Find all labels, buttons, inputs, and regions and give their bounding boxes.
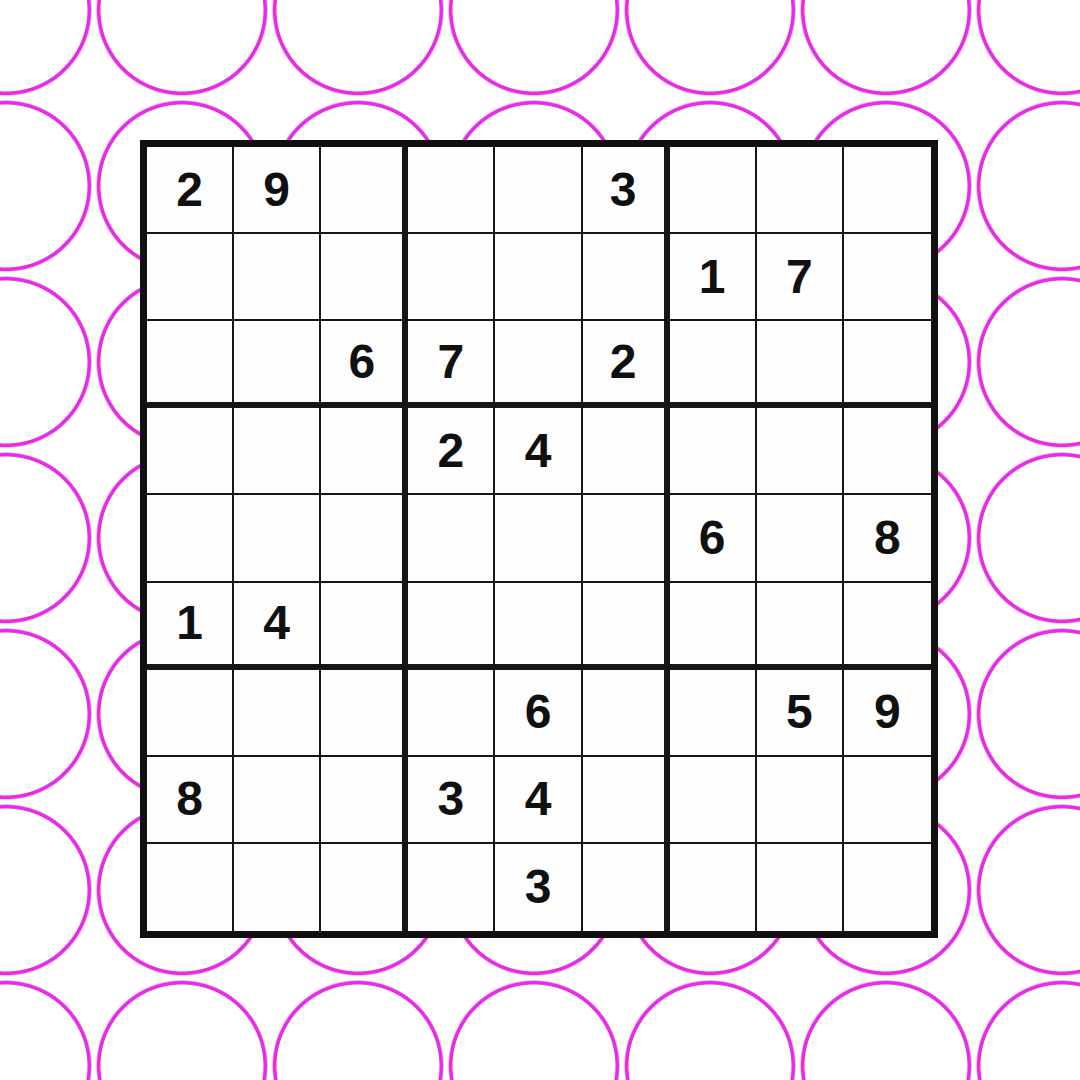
given-digit: 9 [874,688,901,736]
cell-r7c8[interactable]: 5 [757,670,844,757]
cell-r8c9[interactable] [844,757,931,844]
cell-r7c1[interactable] [147,670,234,757]
cell-r2c4[interactable] [408,234,495,321]
cell-r6c7[interactable] [670,583,757,670]
given-digit: 3 [438,775,465,823]
cell-r6c6[interactable] [583,583,670,670]
cell-r6c9[interactable] [844,583,931,670]
cell-r8c5[interactable]: 4 [495,757,582,844]
cell-r6c1[interactable]: 1 [147,583,234,670]
cell-r5c3[interactable] [321,495,408,582]
cell-r4c9[interactable] [844,408,931,495]
cell-r8c2[interactable] [234,757,321,844]
cell-r2c2[interactable] [234,234,321,321]
cell-r8c8[interactable] [757,757,844,844]
cell-r5c8[interactable] [757,495,844,582]
cell-r3c2[interactable] [234,321,321,408]
cell-r5c9[interactable]: 8 [844,495,931,582]
cell-r1c2[interactable]: 9 [234,147,321,234]
cell-r9c3[interactable] [321,844,408,931]
cell-r3c8[interactable] [757,321,844,408]
cell-r9c8[interactable] [757,844,844,931]
cell-r3c7[interactable] [670,321,757,408]
cell-r7c3[interactable] [321,670,408,757]
cell-r9c1[interactable] [147,844,234,931]
given-digit: 4 [525,427,552,475]
cell-r6c3[interactable] [321,583,408,670]
cell-r1c9[interactable] [844,147,931,234]
cell-r3c3[interactable]: 6 [321,321,408,408]
given-digit: 3 [610,166,637,214]
cell-r1c4[interactable] [408,147,495,234]
cell-r4c2[interactable] [234,408,321,495]
cell-r5c2[interactable] [234,495,321,582]
cell-r5c6[interactable] [583,495,670,582]
sudoku-board: 293176722468146598343 [140,140,938,938]
given-digit: 6 [348,338,375,386]
cell-r4c5[interactable]: 4 [495,408,582,495]
cell-r8c6[interactable] [583,757,670,844]
given-digit: 2 [610,338,637,386]
given-digit: 7 [438,338,465,386]
cell-r5c5[interactable] [495,495,582,582]
cell-r4c6[interactable] [583,408,670,495]
cell-r8c7[interactable] [670,757,757,844]
cell-r4c8[interactable] [757,408,844,495]
cell-r2c7[interactable]: 1 [670,234,757,321]
cell-r2c1[interactable] [147,234,234,321]
given-digit: 8 [874,514,901,562]
cell-r3c9[interactable] [844,321,931,408]
cell-r1c5[interactable] [495,147,582,234]
cell-r6c8[interactable] [757,583,844,670]
given-digit: 1 [699,253,726,301]
cell-r7c2[interactable] [234,670,321,757]
cell-r9c5[interactable]: 3 [495,844,582,931]
cell-r7c6[interactable] [583,670,670,757]
cell-r2c5[interactable] [495,234,582,321]
cell-r7c5[interactable]: 6 [495,670,582,757]
cell-r1c8[interactable] [757,147,844,234]
cell-r5c4[interactable] [408,495,495,582]
cell-r2c9[interactable] [844,234,931,321]
given-digit: 2 [438,427,465,475]
cell-r5c7[interactable]: 6 [670,495,757,582]
given-digit: 1 [176,599,203,647]
cell-r4c7[interactable] [670,408,757,495]
cell-r9c2[interactable] [234,844,321,931]
cell-r3c1[interactable] [147,321,234,408]
cell-r8c3[interactable] [321,757,408,844]
cell-r7c9[interactable]: 9 [844,670,931,757]
cell-r6c5[interactable] [495,583,582,670]
cell-r2c3[interactable] [321,234,408,321]
cell-r3c4[interactable]: 7 [408,321,495,408]
cell-r2c6[interactable] [583,234,670,321]
cell-r1c1[interactable]: 2 [147,147,234,234]
given-digit: 3 [525,863,552,911]
given-digit: 5 [786,688,813,736]
given-digit: 6 [525,688,552,736]
cell-r7c7[interactable] [670,670,757,757]
cell-r9c6[interactable] [583,844,670,931]
cell-r8c1[interactable]: 8 [147,757,234,844]
cell-r3c5[interactable] [495,321,582,408]
given-digit: 8 [176,775,203,823]
given-digit: 9 [263,166,290,214]
cell-r9c7[interactable] [670,844,757,931]
given-digit: 4 [525,775,552,823]
cell-r4c4[interactable]: 2 [408,408,495,495]
given-digit: 6 [699,514,726,562]
cell-r6c2[interactable]: 4 [234,583,321,670]
cell-r9c4[interactable] [408,844,495,931]
cell-r9c9[interactable] [844,844,931,931]
given-digit: 7 [786,253,813,301]
cell-r1c3[interactable] [321,147,408,234]
cell-r8c4[interactable]: 3 [408,757,495,844]
cell-r6c4[interactable] [408,583,495,670]
cell-r1c6[interactable]: 3 [583,147,670,234]
given-digit: 2 [176,166,203,214]
cell-r5c1[interactable] [147,495,234,582]
given-digit: 4 [263,599,290,647]
cell-r7c4[interactable] [408,670,495,757]
cell-r1c7[interactable] [670,147,757,234]
cell-r4c3[interactable] [321,408,408,495]
cell-r3c6[interactable]: 2 [583,321,670,408]
cell-r4c1[interactable] [147,408,234,495]
cell-r2c8[interactable]: 7 [757,234,844,321]
